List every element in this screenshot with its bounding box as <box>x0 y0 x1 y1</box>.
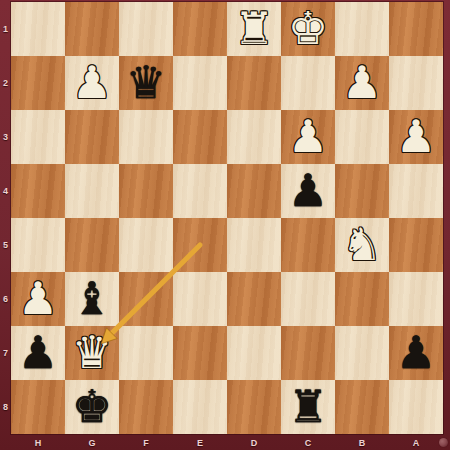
piece-black-r-c8[interactable]: ♜ <box>288 380 328 434</box>
square-a5[interactable] <box>389 218 443 272</box>
square-c8[interactable]: ♜ <box>281 380 335 434</box>
square-g3[interactable] <box>65 110 119 164</box>
square-g5[interactable] <box>65 218 119 272</box>
square-e1[interactable] <box>173 2 227 56</box>
square-g7[interactable]: ♛ <box>65 326 119 380</box>
square-h5[interactable] <box>11 218 65 272</box>
piece-white-p-g2[interactable]: ♟ <box>72 56 112 110</box>
square-g2[interactable]: ♟ <box>65 56 119 110</box>
piece-white-n-b5[interactable]: ♞ <box>342 218 382 272</box>
square-a2[interactable] <box>389 56 443 110</box>
piece-white-p-h6[interactable]: ♟ <box>18 272 58 326</box>
square-e2[interactable] <box>173 56 227 110</box>
rank-label-3: 3 <box>0 131 11 143</box>
square-d6[interactable] <box>227 272 281 326</box>
piece-black-p-h7[interactable]: ♟ <box>18 326 58 380</box>
piece-white-q-g7[interactable]: ♛ <box>72 326 112 380</box>
piece-black-q-f2[interactable]: ♛ <box>126 56 166 110</box>
piece-white-p-a3[interactable]: ♟ <box>396 110 436 164</box>
square-b1[interactable] <box>335 2 389 56</box>
square-b8[interactable] <box>335 380 389 434</box>
square-h6[interactable]: ♟ <box>11 272 65 326</box>
square-f3[interactable] <box>119 110 173 164</box>
square-h2[interactable] <box>11 56 65 110</box>
square-f4[interactable] <box>119 164 173 218</box>
square-b4[interactable] <box>335 164 389 218</box>
piece-black-p-a7[interactable]: ♟ <box>396 326 436 380</box>
square-d3[interactable] <box>227 110 281 164</box>
square-c2[interactable] <box>281 56 335 110</box>
square-d4[interactable] <box>227 164 281 218</box>
square-d7[interactable] <box>227 326 281 380</box>
square-e4[interactable] <box>173 164 227 218</box>
square-b3[interactable] <box>335 110 389 164</box>
rank-label-2: 2 <box>0 77 11 89</box>
square-a6[interactable] <box>389 272 443 326</box>
file-label-c: C <box>281 437 335 449</box>
rank-label-4: 4 <box>0 185 11 197</box>
square-a3[interactable]: ♟ <box>389 110 443 164</box>
square-d2[interactable] <box>227 56 281 110</box>
rank-label-8: 8 <box>0 401 11 413</box>
piece-white-r-d1[interactable]: ♜ <box>234 2 274 56</box>
square-g1[interactable] <box>65 2 119 56</box>
square-b2[interactable]: ♟ <box>335 56 389 110</box>
rank-label-7: 7 <box>0 347 11 359</box>
rank-label-6: 6 <box>0 293 11 305</box>
file-label-g: G <box>65 437 119 449</box>
square-h8[interactable] <box>11 380 65 434</box>
rank-label-5: 5 <box>0 239 11 251</box>
file-label-h: H <box>11 437 65 449</box>
square-f1[interactable] <box>119 2 173 56</box>
square-c6[interactable] <box>281 272 335 326</box>
corner-logo-badge <box>439 438 448 447</box>
chess-board: ♜♚♟♛♟♟♟♟♞♟♝♟♛♟♚♜ <box>11 2 443 434</box>
square-e5[interactable] <box>173 218 227 272</box>
square-c1[interactable]: ♚ <box>281 2 335 56</box>
rank-label-1: 1 <box>0 23 11 35</box>
square-e7[interactable] <box>173 326 227 380</box>
square-b6[interactable] <box>335 272 389 326</box>
square-f8[interactable] <box>119 380 173 434</box>
file-label-d: D <box>227 437 281 449</box>
square-h3[interactable] <box>11 110 65 164</box>
square-a4[interactable] <box>389 164 443 218</box>
file-label-b: B <box>335 437 389 449</box>
square-h1[interactable] <box>11 2 65 56</box>
square-b7[interactable] <box>335 326 389 380</box>
square-a7[interactable]: ♟ <box>389 326 443 380</box>
square-g4[interactable] <box>65 164 119 218</box>
square-d1[interactable]: ♜ <box>227 2 281 56</box>
square-a8[interactable] <box>389 380 443 434</box>
square-c7[interactable] <box>281 326 335 380</box>
square-c5[interactable] <box>281 218 335 272</box>
piece-black-b-g6[interactable]: ♝ <box>72 272 112 326</box>
square-d8[interactable] <box>227 380 281 434</box>
file-label-a: A <box>389 437 443 449</box>
square-b5[interactable]: ♞ <box>335 218 389 272</box>
square-h7[interactable]: ♟ <box>11 326 65 380</box>
square-f5[interactable] <box>119 218 173 272</box>
square-e3[interactable] <box>173 110 227 164</box>
square-c4[interactable]: ♟ <box>281 164 335 218</box>
piece-white-p-c3[interactable]: ♟ <box>288 110 328 164</box>
square-e8[interactable] <box>173 380 227 434</box>
square-d5[interactable] <box>227 218 281 272</box>
square-f6[interactable] <box>119 272 173 326</box>
square-g6[interactable]: ♝ <box>65 272 119 326</box>
piece-black-p-c4[interactable]: ♟ <box>288 164 328 218</box>
square-e6[interactable] <box>173 272 227 326</box>
square-c3[interactable]: ♟ <box>281 110 335 164</box>
square-f2[interactable]: ♛ <box>119 56 173 110</box>
square-g8[interactable]: ♚ <box>65 380 119 434</box>
square-a1[interactable] <box>389 2 443 56</box>
chessboard-frame: ♜♚♟♛♟♟♟♟♞♟♝♟♛♟♚♜ 12345678 HGFEDCBA <box>0 0 450 450</box>
piece-black-k-g8[interactable]: ♚ <box>72 380 112 434</box>
piece-white-k-c1[interactable]: ♚ <box>288 2 328 56</box>
file-label-f: F <box>119 437 173 449</box>
square-f7[interactable] <box>119 326 173 380</box>
piece-white-p-b2[interactable]: ♟ <box>342 56 382 110</box>
square-h4[interactable] <box>11 164 65 218</box>
file-label-e: E <box>173 437 227 449</box>
